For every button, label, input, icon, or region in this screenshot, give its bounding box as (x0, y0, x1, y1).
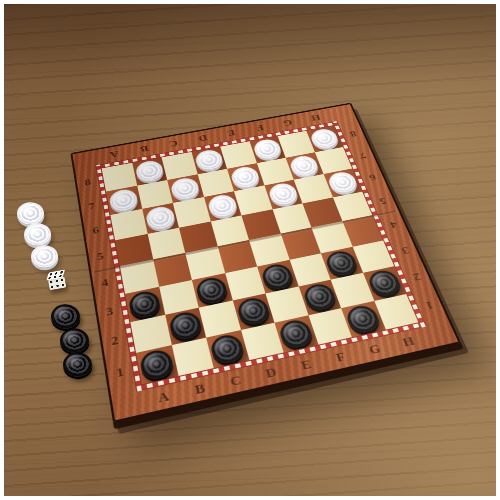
white-checker[interactable] (144, 205, 176, 231)
white-checker[interactable] (206, 193, 238, 219)
black-checker[interactable] (235, 296, 271, 327)
black-checker[interactable] (195, 275, 230, 305)
photo-canvas: ABCDEFGH ABCDEFGH 87654321 87654321 (0, 0, 500, 500)
white-checker[interactable] (267, 182, 300, 207)
black-checker[interactable] (168, 310, 204, 342)
white-checker[interactable] (229, 165, 261, 189)
white-checker[interactable] (252, 138, 283, 161)
checkers-board: ABCDEFGH ABCDEFGH 87654321 87654321 (70, 103, 461, 423)
black-checker[interactable] (128, 289, 162, 320)
white-checker[interactable] (194, 148, 225, 172)
board-scene: ABCDEFGH ABCDEFGH 87654321 87654321 (89, 80, 409, 400)
black-checker[interactable] (209, 332, 246, 365)
white-checker[interactable] (170, 176, 201, 201)
black-checker[interactable] (260, 262, 295, 291)
white-checker[interactable] (134, 159, 164, 183)
black-checker[interactable] (277, 317, 315, 349)
die[interactable] (47, 270, 67, 291)
white-checker[interactable] (108, 187, 139, 212)
black-checker[interactable] (139, 347, 175, 381)
